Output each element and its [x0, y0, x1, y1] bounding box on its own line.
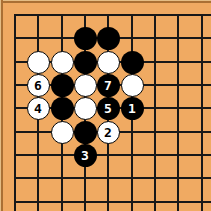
black-stone-move-3: 3 [74, 144, 97, 167]
grid-line-horizontal-7 [14, 154, 211, 156]
white-stone [97, 51, 120, 74]
black-stone-move-1: 1 [121, 97, 144, 120]
board-top-edge [0, 0, 211, 3]
move-number: 6 [34, 79, 42, 92]
black-stone [74, 51, 97, 74]
black-stone [74, 121, 97, 144]
white-stone [121, 74, 144, 97]
grid-line-horizontal-1 [14, 14, 211, 16]
black-stone [51, 74, 74, 97]
move-number: 1 [128, 102, 136, 115]
go-board: 6745123 [0, 0, 211, 211]
grid-line-vertical-1 [14, 14, 16, 211]
black-stone [121, 51, 144, 74]
black-stone-move-5: 5 [97, 97, 120, 120]
move-number: 7 [104, 79, 112, 92]
black-stone-move-7: 7 [97, 74, 120, 97]
move-number: 2 [104, 126, 112, 139]
white-stone [51, 51, 74, 74]
grid-line-vertical-8 [177, 14, 179, 211]
grid-line-vertical-9 [201, 14, 203, 211]
grid-line-horizontal-9 [14, 201, 211, 203]
black-stone [97, 27, 120, 50]
white-stone-move-4: 4 [27, 97, 50, 120]
move-number: 5 [104, 102, 112, 115]
black-stone [51, 97, 74, 120]
white-stone [51, 121, 74, 144]
black-stone [74, 27, 97, 50]
move-number: 3 [81, 149, 89, 162]
white-stone-move-6: 6 [27, 74, 50, 97]
white-stone [27, 51, 50, 74]
white-stone-move-2: 2 [97, 121, 120, 144]
board-left-edge [0, 0, 3, 211]
move-number: 4 [34, 102, 42, 115]
white-stone [74, 97, 97, 120]
white-stone [74, 74, 97, 97]
grid-line-horizontal-8 [14, 177, 211, 179]
grid-line-vertical-7 [154, 14, 156, 211]
